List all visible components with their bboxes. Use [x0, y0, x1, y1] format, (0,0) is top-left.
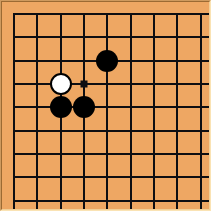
grid-line-vertical — [130, 13, 132, 209]
black-stone — [96, 50, 118, 72]
star-point — [80, 80, 87, 87]
go-diagram-frame — [0, 0, 211, 211]
grid-line-vertical — [13, 13, 15, 209]
go-board — [2, 2, 209, 209]
grid-line-horizontal — [13, 153, 209, 155]
white-stone — [50, 73, 72, 95]
grid-line-vertical — [176, 13, 178, 209]
grid-line-horizontal — [13, 176, 209, 178]
grid-line-horizontal — [13, 83, 209, 85]
grid-line-horizontal — [13, 130, 209, 132]
grid-line-horizontal — [13, 200, 209, 202]
grid-line-vertical — [200, 13, 202, 209]
grid-line-horizontal — [13, 13, 209, 15]
grid-line-vertical — [36, 13, 38, 209]
black-stone — [73, 96, 95, 118]
grid-line-horizontal — [13, 36, 209, 38]
go-diagram — [1, 1, 210, 210]
grid-line-vertical — [106, 13, 108, 209]
grid-line-vertical — [153, 13, 155, 209]
grid-line-horizontal — [13, 106, 209, 108]
black-stone — [50, 96, 72, 118]
